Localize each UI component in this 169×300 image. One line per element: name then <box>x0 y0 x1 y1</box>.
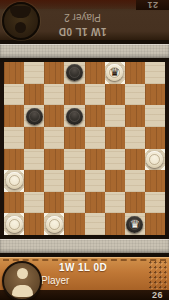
square-r3c5[interactable] <box>105 127 125 149</box>
person-body-icon <box>12 285 33 297</box>
king-crown-icon: ♛ <box>130 219 140 230</box>
square-r2c3[interactable] <box>64 105 84 127</box>
square-r3c0[interactable] <box>4 127 24 149</box>
square-r0c1[interactable] <box>24 62 44 84</box>
square-r1c0[interactable] <box>4 84 24 106</box>
square-r7c0[interactable] <box>4 213 24 235</box>
square-r0c0[interactable] <box>4 62 24 84</box>
black-man[interactable] <box>66 108 83 125</box>
square-r6c6[interactable] <box>125 192 145 214</box>
square-r5c5[interactable] <box>105 170 125 192</box>
square-r0c3[interactable] <box>64 62 84 84</box>
opponent-avatar <box>2 2 40 40</box>
opponent-counter-tab: 21 <box>136 0 169 10</box>
square-r4c7[interactable] <box>145 149 165 171</box>
square-r6c5[interactable] <box>105 192 125 214</box>
square-r5c3[interactable] <box>64 170 84 192</box>
square-r0c6[interactable] <box>125 62 145 84</box>
square-r1c6[interactable] <box>125 84 145 106</box>
square-r2c5[interactable] <box>105 105 125 127</box>
person-head-icon <box>16 22 27 33</box>
opponent-record: 1W 1L 0D <box>30 24 135 38</box>
player-avatar <box>2 261 42 300</box>
white-man[interactable] <box>46 216 63 233</box>
square-r4c2[interactable] <box>44 149 64 171</box>
square-r5c4[interactable] <box>85 170 105 192</box>
square-r7c2[interactable] <box>44 213 64 235</box>
square-r4c4[interactable] <box>85 149 105 171</box>
square-r4c1[interactable] <box>24 149 44 171</box>
square-r5c6[interactable] <box>125 170 145 192</box>
square-r2c2[interactable] <box>44 105 64 127</box>
square-r1c7[interactable] <box>145 84 165 106</box>
square-r3c3[interactable] <box>64 127 84 149</box>
square-r5c1[interactable] <box>24 170 44 192</box>
board-frame-top <box>0 40 169 62</box>
square-r7c1[interactable] <box>24 213 44 235</box>
square-r2c1[interactable] <box>24 105 44 127</box>
opponent-counter: 21 <box>147 0 158 10</box>
square-r3c1[interactable] <box>24 127 44 149</box>
square-r6c1[interactable] <box>24 192 44 214</box>
square-r7c4[interactable] <box>85 213 105 235</box>
black-man[interactable] <box>26 108 43 125</box>
square-r6c3[interactable] <box>64 192 84 214</box>
square-r6c7[interactable] <box>145 192 165 214</box>
person-head-icon <box>17 268 28 279</box>
square-r3c7[interactable] <box>145 127 165 149</box>
square-r2c4[interactable] <box>85 105 105 127</box>
square-r7c6[interactable]: ♛ <box>125 213 145 235</box>
square-r1c5[interactable] <box>105 84 125 106</box>
white-man[interactable] <box>146 151 163 168</box>
square-r0c4[interactable] <box>85 62 105 84</box>
square-r0c5[interactable]: ♛ <box>105 62 125 84</box>
board: ♛♛ <box>4 62 165 235</box>
board-frame-bottom <box>0 235 169 257</box>
opponent-bar: 21 1W 1L 0D Player 2 <box>0 0 169 40</box>
square-r7c7[interactable] <box>145 213 165 235</box>
square-r7c5[interactable] <box>105 213 125 235</box>
board-frame-left <box>0 62 4 235</box>
app-screen: 21 1W 1L 0D Player 2 ♛♛ 26 1W 1L <box>0 0 169 300</box>
square-r1c3[interactable] <box>64 84 84 106</box>
player-name: Player <box>41 275 69 286</box>
square-r5c0[interactable] <box>4 170 24 192</box>
white-man[interactable] <box>6 172 23 189</box>
square-r6c4[interactable] <box>85 192 105 214</box>
opponent-text-block: 1W 1L 0D Player 2 <box>30 6 135 38</box>
square-r1c2[interactable] <box>44 84 64 106</box>
opponent-name: Player 2 <box>30 11 135 24</box>
square-r2c7[interactable] <box>145 105 165 127</box>
square-r2c6[interactable] <box>125 105 145 127</box>
square-r3c6[interactable] <box>125 127 145 149</box>
square-r4c0[interactable] <box>4 149 24 171</box>
square-r6c0[interactable] <box>4 192 24 214</box>
square-r3c2[interactable] <box>44 127 64 149</box>
rivet-dots-pattern <box>148 260 167 289</box>
white-man[interactable] <box>6 216 23 233</box>
board-frame-right <box>165 62 169 235</box>
square-r4c5[interactable] <box>105 149 125 171</box>
square-r0c2[interactable] <box>44 62 64 84</box>
square-r4c6[interactable] <box>125 149 145 171</box>
square-r1c1[interactable] <box>24 84 44 106</box>
black-king[interactable]: ♛ <box>126 216 143 233</box>
square-r6c2[interactable] <box>44 192 64 214</box>
person-icon <box>4 4 38 38</box>
square-r2c0[interactable] <box>4 105 24 127</box>
player-record: 1W 1L 0D <box>59 262 107 273</box>
board-frame-top-band <box>0 44 169 58</box>
person-icon <box>4 263 40 299</box>
square-r5c2[interactable] <box>44 170 64 192</box>
square-r5c7[interactable] <box>145 170 165 192</box>
player-counter: 26 <box>152 290 163 300</box>
square-r3c4[interactable] <box>85 127 105 149</box>
square-r7c3[interactable] <box>64 213 84 235</box>
person-body-icon <box>11 6 32 18</box>
square-r1c4[interactable] <box>85 84 105 106</box>
black-man[interactable] <box>66 64 83 81</box>
square-r4c3[interactable] <box>64 149 84 171</box>
king-crown-icon: ♛ <box>110 67 120 78</box>
square-r0c7[interactable] <box>145 62 165 84</box>
stitched-seam <box>3 259 166 261</box>
board-frame-bottom-band <box>0 239 169 253</box>
white-king[interactable]: ♛ <box>106 64 123 81</box>
